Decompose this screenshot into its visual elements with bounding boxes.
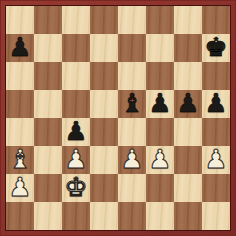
- square-d2[interactable]: [90, 174, 118, 202]
- board-frame: ♟♚♝♟♟♟♟♝♟♟♟♟♟♚: [0, 0, 236, 236]
- square-d6[interactable]: [90, 62, 118, 90]
- square-b7[interactable]: [34, 34, 62, 62]
- square-d4[interactable]: [90, 118, 118, 146]
- square-a8[interactable]: [6, 6, 34, 34]
- square-b2[interactable]: [34, 174, 62, 202]
- square-b5[interactable]: [34, 90, 62, 118]
- white-bishop-a3[interactable]: ♝: [8, 145, 31, 173]
- white-pawn-f3[interactable]: ♟: [148, 145, 171, 173]
- square-c5[interactable]: [62, 90, 90, 118]
- square-g7[interactable]: [174, 34, 202, 62]
- square-e2[interactable]: [118, 174, 146, 202]
- square-b4[interactable]: [34, 118, 62, 146]
- white-king-c2[interactable]: ♚: [64, 173, 87, 201]
- square-e3[interactable]: ♟: [118, 146, 146, 174]
- square-a1[interactable]: [6, 202, 34, 230]
- square-g2[interactable]: [174, 174, 202, 202]
- square-h8[interactable]: [202, 6, 230, 34]
- square-f3[interactable]: ♟: [146, 146, 174, 174]
- square-h6[interactable]: [202, 62, 230, 90]
- square-f1[interactable]: [146, 202, 174, 230]
- square-e7[interactable]: [118, 34, 146, 62]
- square-c2[interactable]: ♚: [62, 174, 90, 202]
- square-e8[interactable]: [118, 6, 146, 34]
- square-e1[interactable]: [118, 202, 146, 230]
- square-d1[interactable]: [90, 202, 118, 230]
- square-h3[interactable]: ♟: [202, 146, 230, 174]
- square-f2[interactable]: [146, 174, 174, 202]
- square-d5[interactable]: [90, 90, 118, 118]
- square-e5[interactable]: ♝: [118, 90, 146, 118]
- square-c3[interactable]: ♟: [62, 146, 90, 174]
- white-pawn-h3[interactable]: ♟: [204, 145, 227, 173]
- black-bishop-e5[interactable]: ♝: [120, 89, 143, 117]
- square-c4[interactable]: ♟: [62, 118, 90, 146]
- chess-board: ♟♚♝♟♟♟♟♝♟♟♟♟♟♚: [6, 6, 230, 230]
- square-c8[interactable]: [62, 6, 90, 34]
- black-pawn-c4[interactable]: ♟: [64, 117, 87, 145]
- square-h1[interactable]: [202, 202, 230, 230]
- square-h2[interactable]: [202, 174, 230, 202]
- square-b8[interactable]: [34, 6, 62, 34]
- square-f8[interactable]: [146, 6, 174, 34]
- square-c7[interactable]: [62, 34, 90, 62]
- square-a5[interactable]: [6, 90, 34, 118]
- white-pawn-e3[interactable]: ♟: [120, 145, 143, 173]
- white-pawn-c3[interactable]: ♟: [64, 145, 87, 173]
- square-d7[interactable]: [90, 34, 118, 62]
- square-g6[interactable]: [174, 62, 202, 90]
- square-a6[interactable]: [6, 62, 34, 90]
- square-b6[interactable]: [34, 62, 62, 90]
- square-f5[interactable]: ♟: [146, 90, 174, 118]
- square-f4[interactable]: [146, 118, 174, 146]
- square-g5[interactable]: ♟: [174, 90, 202, 118]
- square-g8[interactable]: [174, 6, 202, 34]
- square-g3[interactable]: [174, 146, 202, 174]
- black-pawn-h5[interactable]: ♟: [204, 89, 227, 117]
- square-f6[interactable]: [146, 62, 174, 90]
- square-h7[interactable]: ♚: [202, 34, 230, 62]
- white-pawn-a2[interactable]: ♟: [8, 173, 31, 201]
- square-f7[interactable]: [146, 34, 174, 62]
- square-a3[interactable]: ♝: [6, 146, 34, 174]
- black-king-h7[interactable]: ♚: [204, 33, 227, 61]
- square-b1[interactable]: [34, 202, 62, 230]
- square-c1[interactable]: [62, 202, 90, 230]
- square-h4[interactable]: [202, 118, 230, 146]
- square-d8[interactable]: [90, 6, 118, 34]
- square-a4[interactable]: [6, 118, 34, 146]
- square-a2[interactable]: ♟: [6, 174, 34, 202]
- square-d3[interactable]: [90, 146, 118, 174]
- black-pawn-g5[interactable]: ♟: [176, 89, 199, 117]
- square-a7[interactable]: ♟: [6, 34, 34, 62]
- square-g1[interactable]: [174, 202, 202, 230]
- square-c6[interactable]: [62, 62, 90, 90]
- black-pawn-f5[interactable]: ♟: [148, 89, 171, 117]
- square-h5[interactable]: ♟: [202, 90, 230, 118]
- square-e6[interactable]: [118, 62, 146, 90]
- black-pawn-a7[interactable]: ♟: [8, 33, 31, 61]
- square-e4[interactable]: [118, 118, 146, 146]
- square-b3[interactable]: [34, 146, 62, 174]
- square-g4[interactable]: [174, 118, 202, 146]
